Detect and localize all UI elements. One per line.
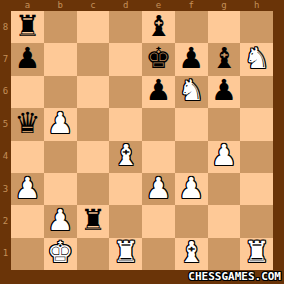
- square-a4: [11, 141, 44, 173]
- black-rook: ♜: [14, 12, 40, 41]
- file-label-e: e: [142, 0, 175, 11]
- square-c8: [77, 11, 110, 43]
- square-b6: [44, 76, 77, 108]
- white-king: ♚: [47, 238, 73, 267]
- square-b7: [44, 43, 77, 75]
- rank-label-8: 8: [0, 11, 11, 43]
- file-label-b: b: [44, 0, 77, 11]
- black-pawn: ♟: [14, 44, 40, 73]
- rank-label-4: 4: [0, 141, 11, 173]
- square-g1: [208, 238, 241, 270]
- square-d7: [109, 43, 142, 75]
- square-f7: ♟: [175, 43, 208, 75]
- file-label-a: a: [11, 0, 44, 11]
- square-b2: ♟: [44, 205, 77, 237]
- black-pawn: ♟: [145, 76, 171, 105]
- square-a7: ♟: [11, 43, 44, 75]
- square-c4: [77, 141, 110, 173]
- square-d2: [109, 205, 142, 237]
- white-pawn: ♟: [145, 174, 171, 203]
- watermark-chessgames: CHESSGAMES.COM: [188, 270, 281, 284]
- square-d5: [109, 108, 142, 140]
- square-b1: ♚: [44, 238, 77, 270]
- square-f1: ♝: [175, 238, 208, 270]
- square-c5: [77, 108, 110, 140]
- square-a8: ♜: [11, 11, 44, 43]
- square-c6: [77, 76, 110, 108]
- file-labels: abcdefgh: [11, 0, 273, 11]
- square-h6: [240, 76, 273, 108]
- square-e3: ♟: [142, 173, 175, 205]
- square-e8: ♝: [142, 11, 175, 43]
- rank-label-5: 5: [0, 108, 11, 140]
- square-c7: [77, 43, 110, 75]
- file-label-h: h: [240, 0, 273, 11]
- white-knight: ♞: [244, 44, 270, 73]
- square-g7: ♝: [208, 43, 241, 75]
- square-f8: [175, 11, 208, 43]
- rank-label-1: 1: [0, 238, 11, 270]
- square-f2: [175, 205, 208, 237]
- square-e7: ♚: [142, 43, 175, 75]
- square-b4: [44, 141, 77, 173]
- white-pawn: ♟: [178, 174, 204, 203]
- white-pawn: ♟: [14, 174, 40, 203]
- rank-label-3: 3: [0, 173, 11, 205]
- square-b3: [44, 173, 77, 205]
- black-queen: ♛: [14, 109, 40, 138]
- square-h1: ♜: [240, 238, 273, 270]
- black-king: ♚: [145, 44, 171, 73]
- square-h3: [240, 173, 273, 205]
- square-f3: ♟: [175, 173, 208, 205]
- square-h7: ♞: [240, 43, 273, 75]
- rank-label-7: 7: [0, 43, 11, 75]
- square-e2: [142, 205, 175, 237]
- black-bishop: ♝: [145, 12, 171, 41]
- square-c3: [77, 173, 110, 205]
- file-label-d: d: [109, 0, 142, 11]
- black-pawn: ♟: [178, 44, 204, 73]
- square-g2: [208, 205, 241, 237]
- square-e1: [142, 238, 175, 270]
- white-bishop: ♝: [113, 141, 139, 170]
- square-e4: [142, 141, 175, 173]
- chess-diagram: abcdefgh 87654321 ♜♝♟♚♟♝♞♟♞♟♛♟♝♟♟♟♟♟♜♚♜♝…: [0, 0, 284, 284]
- square-b5: ♟: [44, 108, 77, 140]
- square-f6: ♞: [175, 76, 208, 108]
- file-label-f: f: [175, 0, 208, 11]
- square-g6: ♟: [208, 76, 241, 108]
- rank-label-6: 6: [0, 76, 11, 108]
- white-rook: ♜: [113, 238, 139, 267]
- square-e6: ♟: [142, 76, 175, 108]
- square-h8: [240, 11, 273, 43]
- square-d1: ♜: [109, 238, 142, 270]
- square-f4: [175, 141, 208, 173]
- square-a2: [11, 205, 44, 237]
- square-d4: ♝: [109, 141, 142, 173]
- square-b8: [44, 11, 77, 43]
- square-a6: [11, 76, 44, 108]
- square-h5: [240, 108, 273, 140]
- black-bishop: ♝: [211, 44, 237, 73]
- rank-label-2: 2: [0, 205, 11, 237]
- square-d3: [109, 173, 142, 205]
- square-g3: [208, 173, 241, 205]
- file-label-c: c: [77, 0, 110, 11]
- square-c1: [77, 238, 110, 270]
- square-f5: [175, 108, 208, 140]
- white-knight: ♞: [178, 76, 204, 105]
- white-pawn: ♟: [47, 109, 73, 138]
- square-e5: [142, 108, 175, 140]
- file-label-g: g: [208, 0, 241, 11]
- square-a5: ♛: [11, 108, 44, 140]
- white-bishop: ♝: [178, 238, 204, 267]
- square-g8: [208, 11, 241, 43]
- black-pawn: ♟: [211, 76, 237, 105]
- square-a1: [11, 238, 44, 270]
- square-g5: [208, 108, 241, 140]
- white-rook: ♜: [244, 238, 270, 267]
- chess-board: ♜♝♟♚♟♝♞♟♞♟♛♟♝♟♟♟♟♟♜♚♜♝♜: [11, 11, 273, 270]
- square-d6: [109, 76, 142, 108]
- square-c2: ♜: [77, 205, 110, 237]
- white-pawn: ♟: [211, 141, 237, 170]
- black-rook: ♜: [80, 206, 106, 235]
- square-a3: ♟: [11, 173, 44, 205]
- square-h2: [240, 205, 273, 237]
- square-d8: [109, 11, 142, 43]
- rank-labels: 87654321: [0, 11, 11, 270]
- square-g4: ♟: [208, 141, 241, 173]
- square-h4: [240, 141, 273, 173]
- white-pawn: ♟: [47, 206, 73, 235]
